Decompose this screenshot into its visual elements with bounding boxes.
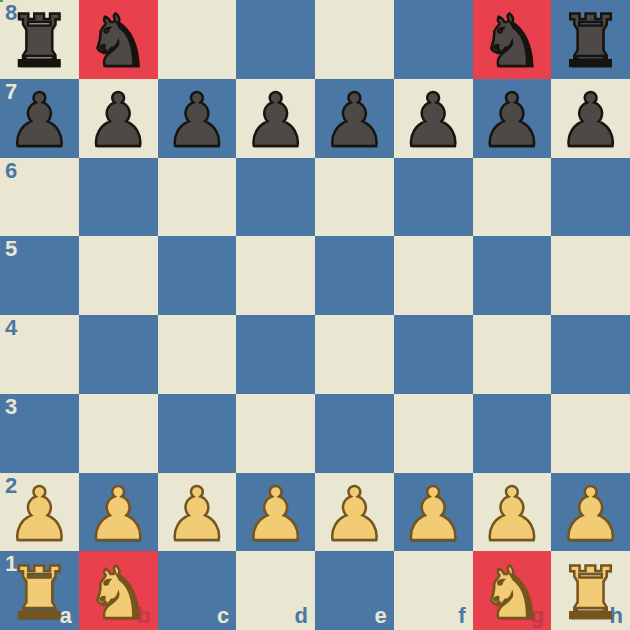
file-label-f: f	[458, 604, 465, 628]
file-label-d: d	[295, 604, 308, 628]
square-c8[interactable]	[158, 0, 237, 79]
white-pawn[interactable]: ♟	[400, 475, 466, 553]
square-g1[interactable]: g♞	[473, 551, 552, 630]
square-b8[interactable]: ♞	[79, 0, 158, 79]
square-e4[interactable]	[315, 315, 394, 394]
square-a1[interactable]: 1a♜	[0, 551, 79, 630]
square-c6[interactable]	[158, 158, 237, 237]
square-a7[interactable]: 7♟	[0, 79, 79, 158]
rank-label-6: 6	[5, 159, 17, 183]
square-g7[interactable]: ♟	[473, 79, 552, 158]
square-e6[interactable]	[315, 158, 394, 237]
white-pawn[interactable]: ♟	[321, 475, 387, 553]
rank-label-3: 3	[5, 395, 17, 419]
black-knight[interactable]: ♞	[480, 2, 545, 80]
square-g6[interactable]	[473, 158, 552, 237]
black-pawn[interactable]: ♟	[242, 81, 308, 159]
square-b4[interactable]	[79, 315, 158, 394]
square-d5[interactable]	[236, 236, 315, 315]
black-pawn[interactable]: ♟	[164, 81, 230, 159]
square-e1[interactable]: e	[315, 551, 394, 630]
square-a3[interactable]: 3	[0, 394, 79, 473]
square-f8[interactable]	[394, 0, 473, 79]
white-rook[interactable]: ♜	[7, 554, 72, 630]
square-h2[interactable]: ♟	[551, 473, 630, 552]
square-d6[interactable]	[236, 158, 315, 237]
square-h7[interactable]: ♟	[551, 79, 630, 158]
square-c5[interactable]	[158, 236, 237, 315]
black-pawn[interactable]: ♟	[85, 81, 151, 159]
square-d7[interactable]: ♟	[236, 79, 315, 158]
file-label-c: c	[217, 604, 229, 628]
black-pawn[interactable]: ♟	[479, 81, 545, 159]
square-g4[interactable]	[473, 315, 552, 394]
square-e8[interactable]	[315, 0, 394, 79]
white-pawn[interactable]: ♟	[6, 475, 72, 553]
square-f7[interactable]: ♟	[394, 79, 473, 158]
white-knight[interactable]: ♞	[86, 554, 151, 630]
square-f5[interactable]	[394, 236, 473, 315]
square-a6[interactable]: 6	[0, 158, 79, 237]
square-e2[interactable]: ♟	[315, 473, 394, 552]
black-pawn[interactable]: ♟	[6, 81, 72, 159]
black-pawn[interactable]: ♟	[557, 81, 623, 159]
square-f2[interactable]: ♟	[394, 473, 473, 552]
square-b1[interactable]: b♞	[79, 551, 158, 630]
square-h8[interactable]: ♜	[551, 0, 630, 79]
white-pawn[interactable]: ♟	[85, 475, 151, 553]
square-a8[interactable]: 8♜	[0, 0, 79, 79]
square-d3[interactable]	[236, 394, 315, 473]
square-d4[interactable]	[236, 315, 315, 394]
square-d2[interactable]: ♟	[236, 473, 315, 552]
square-c3[interactable]	[158, 394, 237, 473]
square-c1[interactable]: c	[158, 551, 237, 630]
white-pawn[interactable]: ♟	[479, 475, 545, 553]
black-knight[interactable]: ♞	[86, 2, 151, 80]
square-h6[interactable]	[551, 158, 630, 237]
square-f4[interactable]	[394, 315, 473, 394]
square-f1[interactable]: f	[394, 551, 473, 630]
square-c2[interactable]: ♟	[158, 473, 237, 552]
square-e5[interactable]	[315, 236, 394, 315]
square-a4[interactable]: 4	[0, 315, 79, 394]
square-b2[interactable]: ♟	[79, 473, 158, 552]
rank-label-4: 4	[5, 316, 17, 340]
white-pawn[interactable]: ♟	[164, 475, 230, 553]
white-knight[interactable]: ♞	[480, 554, 545, 630]
square-b3[interactable]	[79, 394, 158, 473]
square-h1[interactable]: h♜	[551, 551, 630, 630]
black-pawn[interactable]: ♟	[400, 81, 466, 159]
square-a5[interactable]: 5	[0, 236, 79, 315]
black-rook[interactable]: ♜	[7, 2, 72, 80]
square-g3[interactable]	[473, 394, 552, 473]
square-c7[interactable]: ♟	[158, 79, 237, 158]
square-g2[interactable]: ♟	[473, 473, 552, 552]
square-h5[interactable]	[551, 236, 630, 315]
square-f3[interactable]	[394, 394, 473, 473]
square-d8[interactable]	[236, 0, 315, 79]
square-g5[interactable]	[473, 236, 552, 315]
square-a2[interactable]: 2♟	[0, 473, 79, 552]
square-b7[interactable]: ♟	[79, 79, 158, 158]
black-rook[interactable]: ♜	[558, 2, 623, 80]
rank-label-5: 5	[5, 237, 17, 261]
square-b6[interactable]	[79, 158, 158, 237]
white-pawn[interactable]: ♟	[242, 475, 308, 553]
square-d1[interactable]: d	[236, 551, 315, 630]
corner-artifact	[0, 0, 3, 2]
black-pawn[interactable]: ♟	[321, 81, 387, 159]
square-b5[interactable]	[79, 236, 158, 315]
square-h3[interactable]	[551, 394, 630, 473]
white-rook[interactable]: ♜	[558, 554, 623, 630]
square-e3[interactable]	[315, 394, 394, 473]
square-e7[interactable]: ♟	[315, 79, 394, 158]
square-f6[interactable]	[394, 158, 473, 237]
square-h4[interactable]	[551, 315, 630, 394]
white-pawn[interactable]: ♟	[557, 475, 623, 553]
file-label-e: e	[375, 604, 387, 628]
square-c4[interactable]	[158, 315, 237, 394]
chess-board: 8♜♞♞♜7♟♟♟♟♟♟♟♟65432♟♟♟♟♟♟♟♟1a♜b♞cdefg♞h♜	[0, 0, 630, 630]
square-g8[interactable]: ♞	[473, 0, 552, 79]
